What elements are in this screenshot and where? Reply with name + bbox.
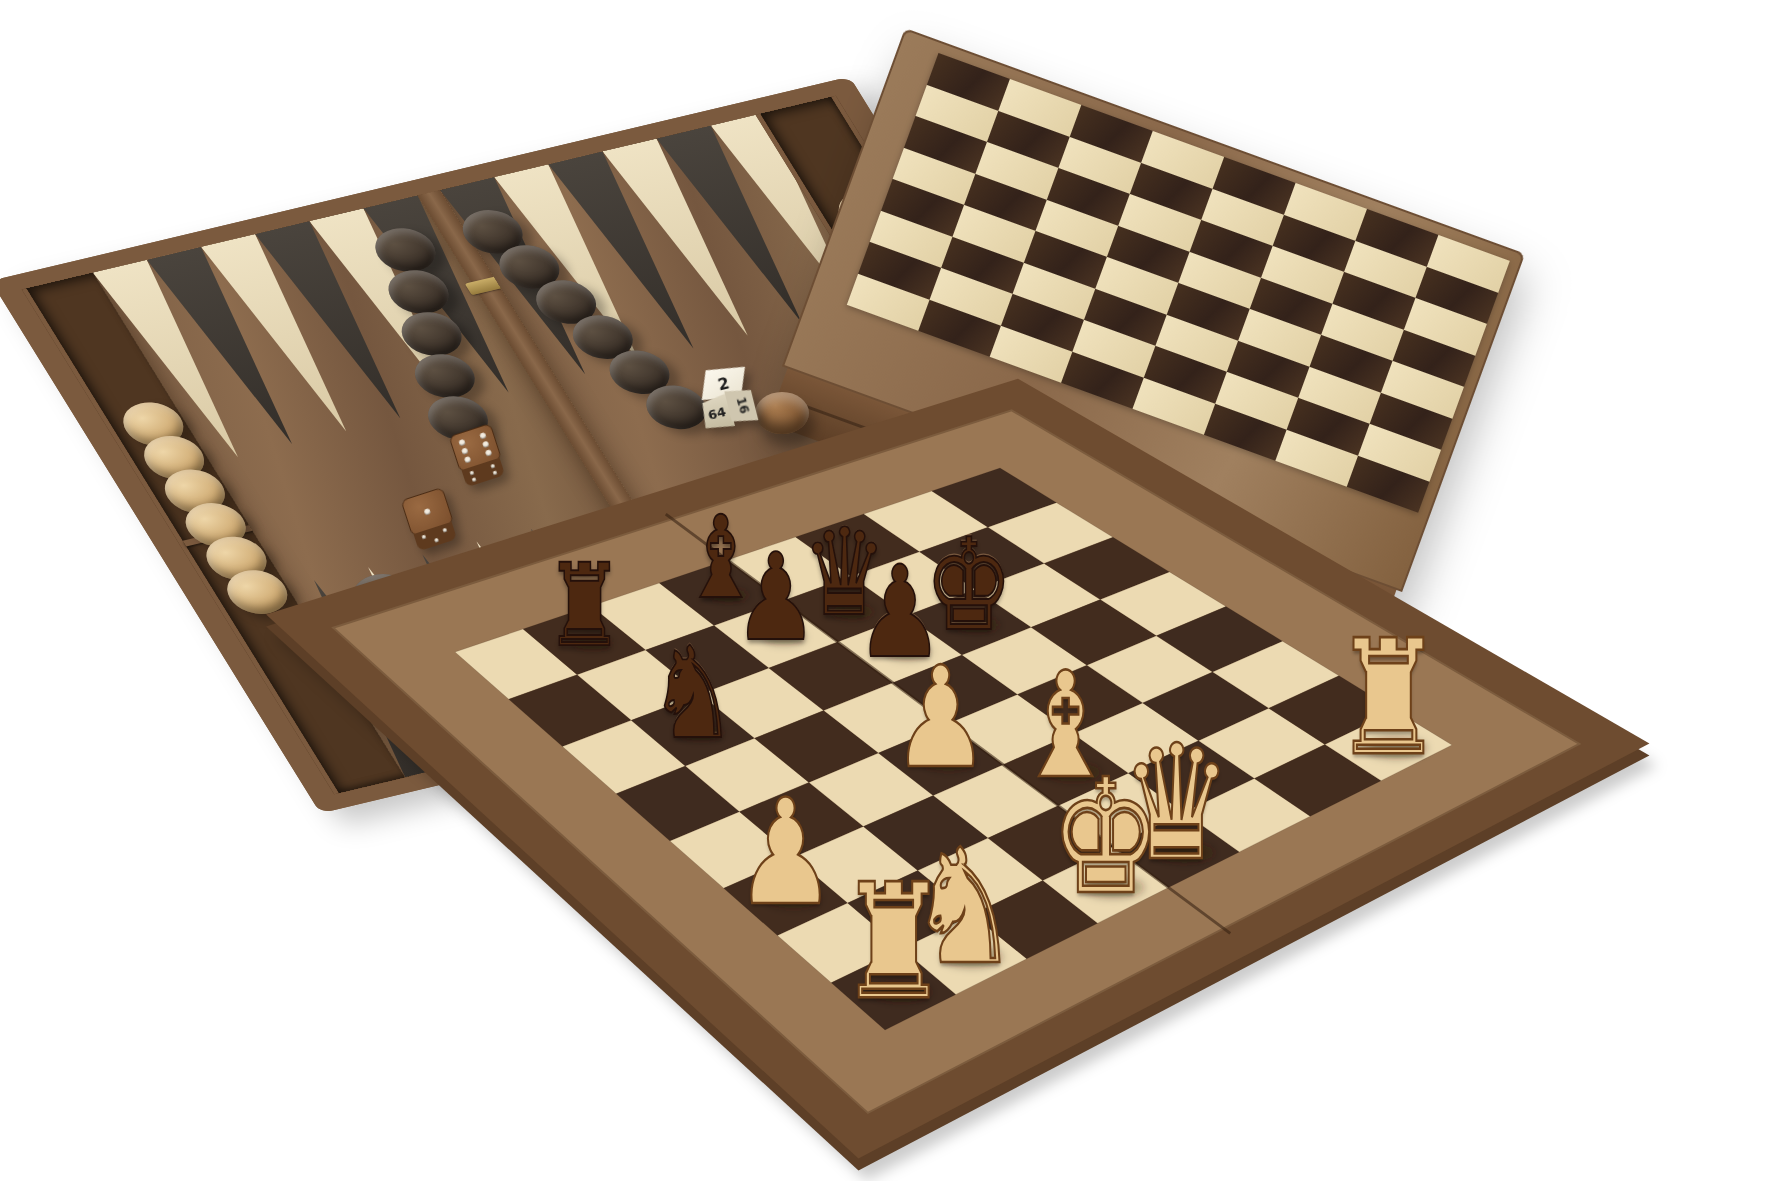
chess-board: [0, 0, 1772, 1181]
product-photo-stage: ♝♛♚♟♜♟♞♜♟♝♛♚♟♞♜ 2 64 16: [0, 0, 1772, 1181]
